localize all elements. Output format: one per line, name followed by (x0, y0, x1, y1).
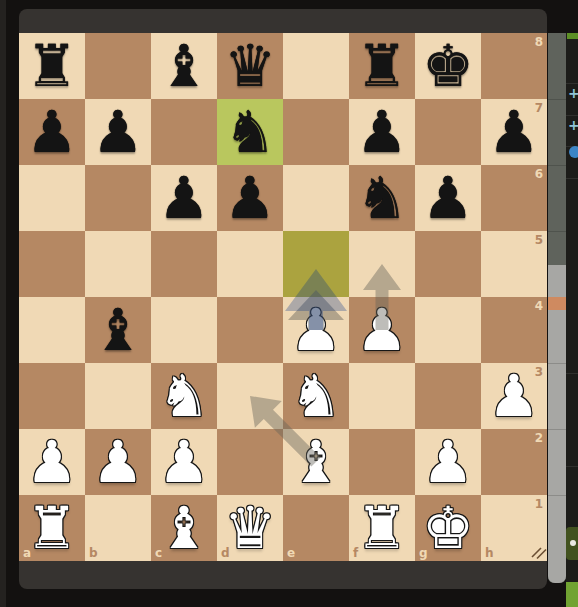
blue-circle-icon[interactable] (569, 146, 578, 158)
rank-label-1: 1 (535, 497, 543, 511)
scroll-rank-line (548, 99, 566, 100)
square-e3[interactable]: ♞ (283, 363, 349, 429)
square-c7[interactable] (151, 99, 217, 165)
square-g2[interactable]: ♟ (415, 429, 481, 495)
black-rook[interactable]: ♜ (19, 33, 85, 99)
square-d5[interactable] (217, 231, 283, 297)
panel-separator (566, 83, 578, 84)
square-a6[interactable] (19, 165, 85, 231)
scroll-rank-line (548, 231, 566, 232)
square-a4[interactable] (19, 297, 85, 363)
square-f4[interactable]: ♟ (349, 297, 415, 363)
white-rook[interactable]: ♜ (19, 495, 85, 561)
square-e8[interactable] (283, 33, 349, 99)
square-e1[interactable]: e (283, 495, 349, 561)
square-d4[interactable] (217, 297, 283, 363)
square-g8[interactable]: ♚ (415, 33, 481, 99)
black-pawn[interactable]: ♟ (85, 99, 151, 165)
square-c4[interactable] (151, 297, 217, 363)
black-pawn[interactable]: ♟ (151, 165, 217, 231)
scroll-rank-line (548, 429, 566, 430)
black-bishop[interactable]: ♝ (151, 33, 217, 99)
square-g7[interactable] (415, 99, 481, 165)
square-h6[interactable]: 6 (481, 165, 547, 231)
square-a1[interactable]: ♜a (19, 495, 85, 561)
rank-label-2: 2 (535, 431, 543, 445)
black-pawn[interactable]: ♟ (217, 165, 283, 231)
white-bishop[interactable]: ♝ (283, 429, 349, 495)
square-h2[interactable]: 2 (481, 429, 547, 495)
square-h8[interactable]: 8 (481, 33, 547, 99)
square-g5[interactable] (415, 231, 481, 297)
square-f8[interactable]: ♜ (349, 33, 415, 99)
square-h7[interactable]: ♟7 (481, 99, 547, 165)
white-knight[interactable]: ♞ (151, 363, 217, 429)
square-b5[interactable] (85, 231, 151, 297)
square-b1[interactable]: b (85, 495, 151, 561)
panel-separator (566, 115, 578, 116)
page-left-edge (0, 0, 6, 607)
square-b8[interactable] (85, 33, 151, 99)
white-queen[interactable]: ♛ (217, 495, 283, 561)
green-block (566, 582, 578, 607)
square-a5[interactable] (19, 231, 85, 297)
square-e5[interactable] (283, 231, 349, 297)
square-b6[interactable] (85, 165, 151, 231)
square-c2[interactable]: ♟ (151, 429, 217, 495)
white-pawn[interactable]: ♟ (151, 429, 217, 495)
file-label-e: e (287, 546, 295, 560)
white-pawn[interactable]: ♟ (349, 297, 415, 363)
black-knight[interactable]: ♞ (217, 99, 283, 165)
black-queen[interactable]: ♛ (217, 33, 283, 99)
square-a7[interactable]: ♟ (19, 99, 85, 165)
square-g6[interactable]: ♟ (415, 165, 481, 231)
square-c5[interactable] (151, 231, 217, 297)
black-knight[interactable]: ♞ (349, 165, 415, 231)
square-f6[interactable]: ♞ (349, 165, 415, 231)
add-button-top[interactable]: + (568, 86, 578, 100)
panel-green-sliver (567, 33, 578, 39)
rank-label-6: 6 (535, 167, 543, 181)
square-g4[interactable] (415, 297, 481, 363)
square-c3[interactable]: ♞ (151, 363, 217, 429)
scrollbar-thumb[interactable] (548, 265, 566, 583)
square-e7[interactable] (283, 99, 349, 165)
scroll-rank-line (548, 165, 566, 166)
player-bar-top (19, 9, 547, 33)
rank-label-8: 8 (535, 35, 543, 49)
square-a2[interactable]: ♟ (19, 429, 85, 495)
board-resize-handle[interactable] (530, 545, 547, 560)
square-d1[interactable]: ♛d (217, 495, 283, 561)
white-pawn[interactable]: ♟ (283, 297, 349, 363)
scroll-rank-line (548, 363, 566, 364)
white-king[interactable]: ♚ (415, 495, 481, 561)
square-h3[interactable]: ♟3 (481, 363, 547, 429)
square-f2[interactable] (349, 429, 415, 495)
black-rook[interactable]: ♜ (349, 33, 415, 99)
panel-separator (566, 178, 578, 179)
square-f3[interactable] (349, 363, 415, 429)
file-label-h: h (485, 546, 494, 560)
square-f1[interactable]: ♜f (349, 495, 415, 561)
white-pawn[interactable]: ♟ (85, 429, 151, 495)
white-knight[interactable]: ♞ (283, 363, 349, 429)
square-c6[interactable]: ♟ (151, 165, 217, 231)
square-c8[interactable]: ♝ (151, 33, 217, 99)
black-pawn[interactable]: ♟ (481, 99, 547, 165)
square-a3[interactable] (19, 363, 85, 429)
rank-label-4: 4 (535, 299, 543, 313)
add-button-bottom[interactable]: + (568, 118, 578, 132)
white-pawn[interactable]: ♟ (481, 363, 547, 429)
square-d2[interactable] (217, 429, 283, 495)
scroll-rank-line (548, 495, 566, 496)
square-f5[interactable] (349, 231, 415, 297)
chess-board[interactable]: ♜♝♛♜♚8♟♟♞♟♟7♟♟♞♟65♝♟♟4♞♞♟3♟♟♟♝♟2♜ab♝c♛de… (19, 33, 547, 561)
black-king[interactable]: ♚ (415, 33, 481, 99)
square-b4[interactable]: ♝ (85, 297, 151, 363)
square-h4[interactable]: 4 (481, 297, 547, 363)
rank-label-5: 5 (535, 233, 543, 247)
panel-separator (566, 373, 578, 374)
black-pawn[interactable]: ♟ (19, 99, 85, 165)
black-pawn[interactable]: ♟ (415, 165, 481, 231)
square-d3[interactable] (217, 363, 283, 429)
white-pawn[interactable]: ♟ (415, 429, 481, 495)
square-h5[interactable]: 5 (481, 231, 547, 297)
square-d7[interactable]: ♞ (217, 99, 283, 165)
scroll-accent-marker (548, 297, 566, 310)
square-e6[interactable] (283, 165, 349, 231)
panel-separator (566, 466, 578, 467)
square-g1[interactable]: ♚g (415, 495, 481, 561)
square-e2[interactable]: ♝ (283, 429, 349, 495)
app-window: ♜♝♛♜♚8♟♟♞♟♟7♟♟♞♟65♝♟♟4♞♞♟3♟♟♟♝♟2♜ab♝c♛de… (0, 0, 578, 607)
clipped-side-panel: + + (566, 33, 578, 607)
square-a8[interactable]: ♜ (19, 33, 85, 99)
white-bishop[interactable]: ♝ (151, 495, 217, 561)
square-b7[interactable]: ♟ (85, 99, 151, 165)
white-rook[interactable]: ♜ (349, 495, 415, 561)
badge-dot-icon (570, 540, 576, 546)
square-f7[interactable]: ♟ (349, 99, 415, 165)
square-c1[interactable]: ♝c (151, 495, 217, 561)
white-pawn[interactable]: ♟ (19, 429, 85, 495)
square-d8[interactable]: ♛ (217, 33, 283, 99)
square-b2[interactable]: ♟ (85, 429, 151, 495)
square-g3[interactable] (415, 363, 481, 429)
square-b3[interactable] (85, 363, 151, 429)
black-bishop[interactable]: ♝ (85, 297, 151, 363)
file-label-b: b (89, 546, 98, 560)
black-pawn[interactable]: ♟ (349, 99, 415, 165)
player-bar-bottom (19, 561, 547, 589)
square-d6[interactable]: ♟ (217, 165, 283, 231)
green-badge (566, 527, 578, 560)
square-e4[interactable]: ♟ (283, 297, 349, 363)
